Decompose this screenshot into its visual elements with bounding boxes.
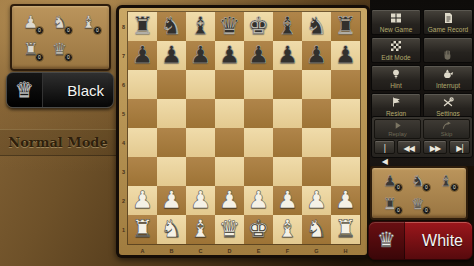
transport-button-row: |◀◀◀▶▶▶| xyxy=(374,140,470,154)
game-record-label: Game Record xyxy=(428,25,468,34)
piece-white-pawn[interactable]: ♟ xyxy=(132,186,154,215)
flag-icon xyxy=(390,94,402,109)
square-f5[interactable] xyxy=(273,99,302,128)
interrupt-label: Interrupt xyxy=(436,81,460,90)
transport-first-button[interactable]: |◀ xyxy=(374,140,395,154)
white-tray-piece-knight: ♞0 xyxy=(404,170,432,193)
square-d2[interactable]: ♟ xyxy=(215,186,244,215)
square-f1[interactable]: ♝ xyxy=(273,215,302,244)
interrupt-button[interactable]: Interrupt xyxy=(423,65,473,91)
square-g2[interactable]: ♟ xyxy=(302,186,331,215)
piece-black-bishop[interactable]: ♝ xyxy=(190,12,212,41)
rank-label-8: 8 xyxy=(119,12,128,41)
rank-label-4: 4 xyxy=(119,128,128,157)
new-game-label: New Game xyxy=(380,25,413,34)
square-b1[interactable]: ♞ xyxy=(157,215,186,244)
file-label-g: G xyxy=(302,245,331,256)
white-player-label: White xyxy=(405,232,472,250)
square-a3[interactable] xyxy=(128,157,157,186)
rank-label-5: 5 xyxy=(119,99,128,128)
skip-icon xyxy=(441,121,452,131)
sidebar: New GameGame RecordEdit ModeHintInterrup… xyxy=(370,0,474,166)
piece-white-bishop[interactable]: ♝ xyxy=(190,215,212,244)
piece-black-knight[interactable]: ♞ xyxy=(161,12,183,41)
square-e6[interactable] xyxy=(244,70,273,99)
square-h6[interactable] xyxy=(331,70,360,99)
white-rook-count-badge: 0 xyxy=(394,206,403,215)
square-b3[interactable] xyxy=(157,157,186,186)
black-tray-piece-bishop: ♝0 xyxy=(74,9,103,36)
teapot-icon xyxy=(442,66,454,81)
square-d4[interactable] xyxy=(215,128,244,157)
piece-black-pawn[interactable]: ♟ xyxy=(190,41,212,70)
tools-icon xyxy=(442,94,454,109)
transport-back-button[interactable]: ◀◀ xyxy=(397,140,421,154)
square-g6[interactable] xyxy=(302,70,331,99)
file-label-h: H xyxy=(331,245,360,256)
piece-black-pawn[interactable]: ♟ xyxy=(248,41,270,70)
mode-label: Normal Mode xyxy=(8,135,107,150)
hint-label: Hint xyxy=(390,81,402,90)
file-label-b: B xyxy=(157,245,186,256)
piece-black-bishop[interactable]: ♝ xyxy=(277,12,299,41)
square-f3[interactable] xyxy=(273,157,302,186)
rank-label-1: 1 xyxy=(119,215,128,244)
black-tray-piece-rook: ♜0 xyxy=(16,36,45,63)
square-e7[interactable]: ♟ xyxy=(244,41,273,70)
piece-white-knight[interactable]: ♞ xyxy=(306,215,328,244)
square-b7[interactable]: ♟ xyxy=(157,41,186,70)
piece-black-king[interactable]: ♚ xyxy=(248,12,270,41)
black-crown-box: ♛ xyxy=(7,73,43,107)
piece-white-pawn[interactable]: ♟ xyxy=(277,186,299,215)
rank-label-2: 2 xyxy=(119,186,128,215)
square-h7[interactable]: ♟ xyxy=(331,41,360,70)
piece-black-pawn[interactable]: ♟ xyxy=(277,41,299,70)
black-rook-count-badge: 0 xyxy=(35,53,44,62)
skip-button: Skip xyxy=(423,119,470,139)
game-record-button[interactable]: Game Record xyxy=(423,9,473,35)
black-knight-count-badge: 0 xyxy=(64,26,73,35)
replay-button-row: ReplaySkip xyxy=(374,119,470,139)
square-c5[interactable] xyxy=(186,99,215,128)
transport-forward-button[interactable]: ▶▶ xyxy=(423,140,447,154)
square-e1[interactable]: ♚ xyxy=(244,215,273,244)
square-b5[interactable] xyxy=(157,99,186,128)
rank-label-3: 3 xyxy=(119,157,128,186)
square-d8[interactable]: ♛ xyxy=(215,12,244,41)
white-tray-row: ♟0♞0♝0 xyxy=(376,170,466,193)
square-g1[interactable]: ♞ xyxy=(302,215,331,244)
square-a4[interactable] xyxy=(128,128,157,157)
square-a1[interactable]: ♜ xyxy=(128,215,157,244)
square-h4[interactable] xyxy=(331,128,360,157)
square-g4[interactable] xyxy=(302,128,331,157)
piece-black-knight[interactable]: ♞ xyxy=(306,12,328,41)
replay-panel: ReplaySkip |◀◀◀▶▶▶| xyxy=(371,116,473,158)
square-a7[interactable]: ♟ xyxy=(128,41,157,70)
piece-white-pawn[interactable]: ♟ xyxy=(161,186,183,215)
square-d1[interactable]: ♛ xyxy=(215,215,244,244)
replay-label: Replay xyxy=(388,131,407,138)
white-tray-row: ♜0♛0 xyxy=(376,193,466,216)
white-bishop-count-badge: 0 xyxy=(450,183,459,192)
square-c1[interactable]: ♝ xyxy=(186,215,215,244)
square-d3[interactable] xyxy=(215,157,244,186)
black-tray-piece-knight: ♞0 xyxy=(45,9,74,36)
square-c6[interactable] xyxy=(186,70,215,99)
wait-button xyxy=(423,37,473,63)
square-h1[interactable]: ♜ xyxy=(331,215,360,244)
black-crown-icon: ♛ xyxy=(15,80,34,101)
piece-white-knight[interactable]: ♞ xyxy=(161,215,183,244)
black-captured-tray: ♟0♞0♝0♜0♛0 xyxy=(10,4,111,71)
sidebar-button-grid: New GameGame RecordEdit ModeHintInterrup… xyxy=(371,9,473,119)
piece-white-king[interactable]: ♚ xyxy=(248,215,270,244)
square-h3[interactable] xyxy=(331,157,360,186)
board-icon xyxy=(390,10,402,25)
board-squares: ♜♞♝♛♚♝♞♜♟♟♟♟♟♟♟♟♟♟♟♟♟♟♟♟♜♞♝♛♚♝♞♜ xyxy=(128,12,360,244)
square-c2[interactable]: ♟ xyxy=(186,186,215,215)
rank-label-7: 7 xyxy=(119,41,128,70)
square-e4[interactable] xyxy=(244,128,273,157)
square-a2[interactable]: ♟ xyxy=(128,186,157,215)
square-e2[interactable]: ♟ xyxy=(244,186,273,215)
square-f6[interactable] xyxy=(273,70,302,99)
white-tray-piece-rook: ♜0 xyxy=(376,193,404,216)
square-c3[interactable] xyxy=(186,157,215,186)
black-player-label: Black xyxy=(43,82,113,99)
square-f7[interactable]: ♟ xyxy=(273,41,302,70)
white-tray-piece-pawn: ♟0 xyxy=(376,170,404,193)
piece-black-queen[interactable]: ♛ xyxy=(219,12,241,41)
square-h2[interactable]: ♟ xyxy=(331,186,360,215)
edit-mode-label: Edit Mode xyxy=(381,53,410,62)
square-h5[interactable] xyxy=(331,99,360,128)
piece-black-pawn[interactable]: ♟ xyxy=(219,41,241,70)
white-tray-piece-bishop: ♝0 xyxy=(432,170,460,193)
white-queen-count-badge: 0 xyxy=(422,206,431,215)
square-g8[interactable]: ♞ xyxy=(302,12,331,41)
piece-white-rook[interactable]: ♜ xyxy=(335,215,357,244)
skip-label: Skip xyxy=(441,131,453,138)
black-queen-count-badge: 0 xyxy=(64,53,73,62)
piece-white-pawn[interactable]: ♟ xyxy=(248,186,270,215)
play-icon xyxy=(392,121,403,131)
square-a6[interactable] xyxy=(128,70,157,99)
file-label-d: D xyxy=(215,245,244,256)
record-icon xyxy=(442,10,454,25)
hint-button[interactable]: Hint xyxy=(371,65,421,91)
piece-black-rook[interactable]: ♜ xyxy=(335,12,357,41)
white-pawn-count-badge: 0 xyxy=(394,183,403,192)
square-a5[interactable] xyxy=(128,99,157,128)
piece-white-rook[interactable]: ♜ xyxy=(132,215,154,244)
hand-icon xyxy=(442,47,454,62)
app-window: ♟0♞0♝0♜0♛0 ♛ Black Normal Mode 87654321 … xyxy=(0,0,474,266)
square-b8[interactable]: ♞ xyxy=(157,12,186,41)
rank-labels: 87654321 xyxy=(119,12,128,244)
piece-black-pawn[interactable]: ♟ xyxy=(132,41,154,70)
white-knight-count-badge: 0 xyxy=(422,183,431,192)
file-label-a: A xyxy=(128,245,157,256)
square-c4[interactable] xyxy=(186,128,215,157)
square-h8[interactable]: ♜ xyxy=(331,12,360,41)
edit-mode-button[interactable]: Edit Mode xyxy=(371,37,421,63)
square-e5[interactable] xyxy=(244,99,273,128)
white-player-bar: ♛ White xyxy=(368,221,473,260)
piece-white-pawn[interactable]: ♟ xyxy=(219,186,241,215)
transport-last-button[interactable]: ▶| xyxy=(449,140,470,154)
file-labels: ABCDEFGH xyxy=(128,245,360,256)
black-pawn-count-badge: 0 xyxy=(35,26,44,35)
edit-board-icon xyxy=(390,38,402,53)
piece-white-queen[interactable]: ♛ xyxy=(219,215,241,244)
white-crown-icon: ♛ xyxy=(377,230,396,251)
black-tray-row: ♜0♛0 xyxy=(16,36,109,63)
square-e8[interactable]: ♚ xyxy=(244,12,273,41)
piece-black-pawn[interactable]: ♟ xyxy=(306,41,328,70)
mode-panel: Normal Mode xyxy=(0,129,116,156)
square-g7[interactable]: ♟ xyxy=(302,41,331,70)
piece-black-pawn[interactable]: ♟ xyxy=(161,41,183,70)
white-captured-tray: ♟0♞0♝0♜0♛0 xyxy=(370,166,468,220)
square-g5[interactable] xyxy=(302,99,331,128)
square-d7[interactable]: ♟ xyxy=(215,41,244,70)
square-a8[interactable]: ♜ xyxy=(128,12,157,41)
black-tray-piece-pawn: ♟0 xyxy=(16,9,45,36)
square-f8[interactable]: ♝ xyxy=(273,12,302,41)
square-c7[interactable]: ♟ xyxy=(186,41,215,70)
square-b2[interactable]: ♟ xyxy=(157,186,186,215)
chess-board: 87654321 ABCDEFGH ♜♞♝♛♚♝♞♜♟♟♟♟♟♟♟♟♟♟♟♟♟♟… xyxy=(116,5,370,258)
piece-white-pawn[interactable]: ♟ xyxy=(306,186,328,215)
piece-white-pawn[interactable]: ♟ xyxy=(190,186,212,215)
piece-black-pawn[interactable]: ♟ xyxy=(335,41,357,70)
square-d5[interactable] xyxy=(215,99,244,128)
new-game-button[interactable]: New Game xyxy=(371,9,421,35)
file-label-e: E xyxy=(244,245,273,256)
white-tray-piece-queen: ♛0 xyxy=(404,193,432,216)
white-crown-box: ♛ xyxy=(369,222,405,259)
square-e3[interactable] xyxy=(244,157,273,186)
black-tray-row: ♟0♞0♝0 xyxy=(16,9,109,36)
piece-black-rook[interactable]: ♜ xyxy=(132,12,154,41)
black-player-bar: ♛ Black xyxy=(6,72,114,108)
replay-button: Replay xyxy=(374,119,421,139)
file-label-f: F xyxy=(273,245,302,256)
square-c8[interactable]: ♝ xyxy=(186,12,215,41)
black-tray-piece-queen: ♛0 xyxy=(45,36,74,63)
black-bishop-count-badge: 0 xyxy=(93,26,102,35)
square-f4[interactable] xyxy=(273,128,302,157)
file-label-c: C xyxy=(186,245,215,256)
square-f2[interactable]: ♟ xyxy=(273,186,302,215)
piece-white-pawn[interactable]: ♟ xyxy=(335,186,357,215)
square-d6[interactable] xyxy=(215,70,244,99)
square-b6[interactable] xyxy=(157,70,186,99)
piece-white-bishop[interactable]: ♝ xyxy=(277,215,299,244)
bulb-icon xyxy=(390,66,402,81)
rank-label-6: 6 xyxy=(119,70,128,99)
square-b4[interactable] xyxy=(157,128,186,157)
square-g3[interactable] xyxy=(302,157,331,186)
